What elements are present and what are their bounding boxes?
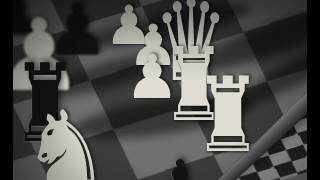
video-frame: ♟♟♟♟♟♟♛♜♜♜♞♟ [0, 0, 320, 180]
white-rook: ♜ [195, 63, 261, 167]
letterbox-bar-right [307, 0, 320, 180]
pieces-layer: ♟♟♟♟♟♟♛♜♜♜♞♟ [13, 0, 307, 180]
letterbox-bar-left [0, 0, 13, 180]
white-knight: ♞ [21, 98, 111, 180]
black-pawn: ♟ [157, 153, 204, 180]
photo-scene: ♟♟♟♟♟♟♛♜♜♜♞♟ [13, 0, 307, 180]
